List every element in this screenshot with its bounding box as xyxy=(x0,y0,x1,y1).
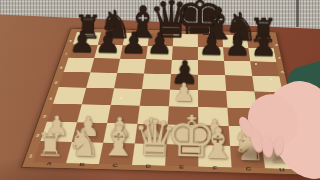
square-g6 xyxy=(224,61,252,76)
square-b5 xyxy=(86,72,117,88)
piece-black-pawn-c7: ♟ xyxy=(120,28,146,58)
piece-black-pawn-g7: ♟ xyxy=(224,30,251,60)
video-frame: AABBCCDDEEFFGGHH1122334455667788♜♞♝♛♚♝♞♜… xyxy=(0,0,320,180)
square-c6 xyxy=(117,59,146,74)
board-speck-1 xyxy=(120,97,122,99)
square-b4 xyxy=(82,88,114,105)
square-a5 xyxy=(59,72,91,88)
square-c5 xyxy=(114,73,144,89)
square-d4 xyxy=(140,89,170,106)
piece-black-king-e8: ♚ xyxy=(173,0,199,46)
square-f6 xyxy=(198,60,225,75)
rank-label-6-right: 6 xyxy=(278,71,287,76)
piece-black-pawn-h7: ♟ xyxy=(250,30,277,60)
square-d5 xyxy=(142,74,171,90)
piece-white-bishop-f1: ♝ xyxy=(198,122,232,166)
square-g5 xyxy=(225,75,254,91)
piece-white-king-e1: ♚ xyxy=(165,107,199,165)
piece-black-pawn-f7: ♟ xyxy=(198,29,225,59)
square-f5 xyxy=(198,75,226,91)
piece-white-bishop-c1: ♝ xyxy=(99,120,133,163)
piece-black-pawn-b7: ♟ xyxy=(94,27,120,57)
piece-white-rook-a1: ♜ xyxy=(34,129,67,162)
piece-black-pawn-d7: ♟ xyxy=(146,28,173,58)
piece-white-knight-b1: ♞ xyxy=(66,124,100,162)
board-speck-2 xyxy=(255,63,257,65)
board-speck-3 xyxy=(270,78,272,80)
square-c4 xyxy=(111,88,142,105)
piece-white-queen-d1: ♛ xyxy=(132,113,166,163)
square-b6 xyxy=(90,58,120,73)
square-a6 xyxy=(64,58,95,73)
piece-black-pawn-a7: ♟ xyxy=(69,27,95,57)
square-d6 xyxy=(144,59,172,74)
